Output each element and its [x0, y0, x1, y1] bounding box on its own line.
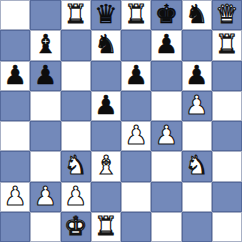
white-pawn[interactable]: ♟ — [155, 122, 178, 148]
white-bishop[interactable]: ♝ — [94, 152, 117, 178]
square-f1[interactable] — [151, 212, 181, 242]
white-pawn[interactable]: ♟ — [124, 122, 147, 148]
black-pawn[interactable]: ♟ — [124, 62, 147, 88]
square-d6[interactable] — [91, 61, 121, 91]
square-e2[interactable] — [121, 182, 151, 212]
square-c6[interactable] — [61, 61, 91, 91]
white-rook[interactable]: ♜ — [124, 1, 147, 27]
white-rook[interactable]: ♜ — [215, 31, 238, 57]
square-b4[interactable] — [30, 121, 60, 151]
square-b6[interactable]: ♟ — [30, 61, 60, 91]
square-a8[interactable] — [0, 0, 30, 30]
black-knight[interactable]: ♞ — [94, 31, 117, 57]
square-d2[interactable] — [91, 182, 121, 212]
square-c1[interactable]: ♚ — [61, 212, 91, 242]
square-d3[interactable]: ♝ — [91, 151, 121, 181]
black-pawn[interactable]: ♟ — [3, 62, 26, 88]
white-pawn[interactable]: ♟ — [64, 183, 87, 209]
square-f8[interactable]: ♚ — [151, 0, 181, 30]
white-rook[interactable]: ♜ — [64, 1, 87, 27]
square-f5[interactable] — [151, 91, 181, 121]
square-g8[interactable]: ♞ — [182, 0, 212, 30]
square-a2[interactable]: ♟ — [0, 182, 30, 212]
square-h2[interactable] — [212, 182, 242, 212]
black-king[interactable]: ♚ — [155, 1, 178, 27]
square-h4[interactable] — [212, 121, 242, 151]
white-pawn[interactable]: ♟ — [34, 183, 57, 209]
square-e3[interactable] — [121, 151, 151, 181]
square-g1[interactable] — [182, 212, 212, 242]
square-a7[interactable] — [0, 30, 30, 60]
square-a3[interactable] — [0, 151, 30, 181]
square-g3[interactable]: ♞ — [182, 151, 212, 181]
square-g5[interactable]: ♟ — [182, 91, 212, 121]
square-b1[interactable] — [30, 212, 60, 242]
square-c2[interactable]: ♟ — [61, 182, 91, 212]
white-knight[interactable]: ♞ — [64, 152, 87, 178]
white-king[interactable]: ♚ — [64, 213, 87, 239]
square-a6[interactable]: ♟ — [0, 61, 30, 91]
square-g2[interactable] — [182, 182, 212, 212]
square-e4[interactable]: ♟ — [121, 121, 151, 151]
white-pawn[interactable]: ♟ — [185, 92, 208, 118]
square-g7[interactable] — [182, 30, 212, 60]
white-pawn[interactable]: ♟ — [3, 183, 26, 209]
square-b8[interactable] — [30, 0, 60, 30]
square-d8[interactable]: ♛ — [91, 0, 121, 30]
square-b7[interactable]: ♝ — [30, 30, 60, 60]
square-e8[interactable]: ♜ — [121, 0, 151, 30]
square-c3[interactable]: ♞ — [61, 151, 91, 181]
square-a5[interactable] — [0, 91, 30, 121]
square-f7[interactable]: ♟ — [151, 30, 181, 60]
square-c8[interactable]: ♜ — [61, 0, 91, 30]
square-e5[interactable] — [121, 91, 151, 121]
square-d7[interactable]: ♞ — [91, 30, 121, 60]
square-f2[interactable] — [151, 182, 181, 212]
black-pawn[interactable]: ♟ — [34, 62, 57, 88]
square-f6[interactable] — [151, 61, 181, 91]
white-knight[interactable]: ♞ — [185, 152, 208, 178]
square-h7[interactable]: ♜ — [212, 30, 242, 60]
square-a4[interactable] — [0, 121, 30, 151]
square-d1[interactable]: ♜ — [91, 212, 121, 242]
square-h8[interactable]: ♛ — [212, 0, 242, 30]
square-f4[interactable]: ♟ — [151, 121, 181, 151]
square-f3[interactable] — [151, 151, 181, 181]
square-b2[interactable]: ♟ — [30, 182, 60, 212]
square-g6[interactable]: ♟ — [182, 61, 212, 91]
white-queen[interactable]: ♛ — [215, 1, 238, 27]
square-b5[interactable] — [30, 91, 60, 121]
square-h5[interactable] — [212, 91, 242, 121]
black-queen[interactable]: ♛ — [94, 1, 117, 27]
square-c5[interactable] — [61, 91, 91, 121]
black-pawn[interactable]: ♟ — [94, 92, 117, 118]
square-e7[interactable] — [121, 30, 151, 60]
black-pawn[interactable]: ♟ — [185, 62, 208, 88]
black-bishop[interactable]: ♝ — [34, 31, 57, 57]
chess-board: ♜♛♜♚♞♛♝♞♟♜♟♟♟♟♟♟♟♟♞♝♞♟♟♟♚♜ — [0, 0, 242, 242]
black-pawn[interactable]: ♟ — [155, 31, 178, 57]
square-e1[interactable] — [121, 212, 151, 242]
square-e6[interactable]: ♟ — [121, 61, 151, 91]
square-g4[interactable] — [182, 121, 212, 151]
square-h1[interactable] — [212, 212, 242, 242]
square-d5[interactable]: ♟ — [91, 91, 121, 121]
square-c4[interactable] — [61, 121, 91, 151]
square-h3[interactable] — [212, 151, 242, 181]
square-b3[interactable] — [30, 151, 60, 181]
square-c7[interactable] — [61, 30, 91, 60]
black-knight[interactable]: ♞ — [185, 1, 208, 27]
white-rook[interactable]: ♜ — [94, 213, 117, 239]
square-d4[interactable] — [91, 121, 121, 151]
square-h6[interactable] — [212, 61, 242, 91]
square-a1[interactable] — [0, 212, 30, 242]
